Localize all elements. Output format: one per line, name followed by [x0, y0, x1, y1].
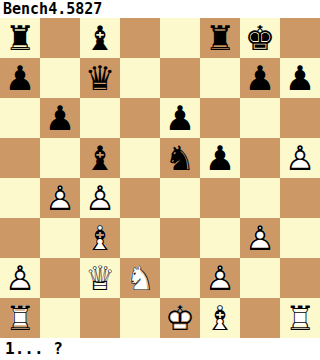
black-pawn-piece[interactable]: ♟: [160, 98, 200, 138]
square-a7[interactable]: ♟: [0, 58, 40, 98]
square-f3[interactable]: [200, 218, 240, 258]
chess-app-window: Bench4.5827 ♜♝♜♚♟♛♟♟♟♟♝♞♟♟♙♟♙♟♙♝♗♟♙♟♙♛♕♞…: [0, 0, 320, 360]
position-title: Bench4.5827: [0, 0, 320, 18]
piece-outline: ♖: [0, 298, 40, 338]
white-rook-piece[interactable]: ♜♖: [280, 298, 320, 338]
black-king-piece[interactable]: ♚: [240, 18, 280, 58]
square-a2[interactable]: ♟♙: [0, 258, 40, 298]
square-b5[interactable]: [40, 138, 80, 178]
square-d8[interactable]: [120, 18, 160, 58]
square-f6[interactable]: [200, 98, 240, 138]
square-h8[interactable]: [280, 18, 320, 58]
white-bishop-piece[interactable]: ♝♗: [80, 218, 120, 258]
square-g3[interactable]: ♟♙: [240, 218, 280, 258]
square-g5[interactable]: [240, 138, 280, 178]
black-bishop-piece[interactable]: ♝: [80, 138, 120, 178]
black-rook-piece[interactable]: ♜: [0, 18, 40, 58]
square-c3[interactable]: ♝♗: [80, 218, 120, 258]
square-c7[interactable]: ♛: [80, 58, 120, 98]
piece-outline: ♕: [80, 258, 120, 298]
square-c1[interactable]: [80, 298, 120, 338]
white-pawn-piece[interactable]: ♟♙: [280, 138, 320, 178]
piece-outline: ♙: [0, 258, 40, 298]
piece-outline: ♗: [80, 218, 120, 258]
square-d4[interactable]: [120, 178, 160, 218]
square-h4[interactable]: [280, 178, 320, 218]
square-h6[interactable]: [280, 98, 320, 138]
square-f8[interactable]: ♜: [200, 18, 240, 58]
square-e5[interactable]: ♞: [160, 138, 200, 178]
piece-outline: ♙: [80, 178, 120, 218]
black-pawn-piece[interactable]: ♟: [280, 58, 320, 98]
black-pawn-piece[interactable]: ♟: [0, 58, 40, 98]
white-knight-piece[interactable]: ♞♘: [120, 258, 160, 298]
square-h3[interactable]: [280, 218, 320, 258]
square-b2[interactable]: [40, 258, 80, 298]
square-d3[interactable]: [120, 218, 160, 258]
piece-outline: ♔: [160, 298, 200, 338]
white-pawn-piece[interactable]: ♟♙: [0, 258, 40, 298]
square-c2[interactable]: ♛♕: [80, 258, 120, 298]
square-e8[interactable]: [160, 18, 200, 58]
square-b1[interactable]: [40, 298, 80, 338]
square-h5[interactable]: ♟♙: [280, 138, 320, 178]
piece-outline: ♙: [240, 218, 280, 258]
square-g4[interactable]: [240, 178, 280, 218]
square-g2[interactable]: [240, 258, 280, 298]
square-d2[interactable]: ♞♘: [120, 258, 160, 298]
square-d1[interactable]: [120, 298, 160, 338]
square-g8[interactable]: ♚: [240, 18, 280, 58]
square-g6[interactable]: [240, 98, 280, 138]
square-e7[interactable]: [160, 58, 200, 98]
square-c8[interactable]: ♝: [80, 18, 120, 58]
white-pawn-piece[interactable]: ♟♙: [200, 258, 240, 298]
square-e1[interactable]: ♚♔: [160, 298, 200, 338]
square-a6[interactable]: [0, 98, 40, 138]
piece-outline: ♗: [200, 298, 240, 338]
black-pawn-piece[interactable]: ♟: [240, 58, 280, 98]
square-f1[interactable]: ♝♗: [200, 298, 240, 338]
square-b3[interactable]: [40, 218, 80, 258]
piece-outline: ♙: [200, 258, 240, 298]
square-e4[interactable]: [160, 178, 200, 218]
square-b8[interactable]: [40, 18, 80, 58]
square-d6[interactable]: [120, 98, 160, 138]
black-knight-piece[interactable]: ♞: [160, 138, 200, 178]
white-rook-piece[interactable]: ♜♖: [0, 298, 40, 338]
piece-outline: ♖: [280, 298, 320, 338]
chess-board: ♜♝♜♚♟♛♟♟♟♟♝♞♟♟♙♟♙♟♙♝♗♟♙♟♙♛♕♞♘♟♙♜♖♚♔♝♗♜♖: [0, 18, 320, 338]
square-b6[interactable]: ♟: [40, 98, 80, 138]
square-a8[interactable]: ♜: [0, 18, 40, 58]
white-pawn-piece[interactable]: ♟♙: [80, 178, 120, 218]
square-a3[interactable]: [0, 218, 40, 258]
square-f7[interactable]: [200, 58, 240, 98]
square-g7[interactable]: ♟: [240, 58, 280, 98]
black-pawn-piece[interactable]: ♟: [40, 98, 80, 138]
black-rook-piece[interactable]: ♜: [200, 18, 240, 58]
square-c6[interactable]: [80, 98, 120, 138]
square-c4[interactable]: ♟♙: [80, 178, 120, 218]
square-f5[interactable]: ♟: [200, 138, 240, 178]
square-a1[interactable]: ♜♖: [0, 298, 40, 338]
white-bishop-piece[interactable]: ♝♗: [200, 298, 240, 338]
square-f2[interactable]: ♟♙: [200, 258, 240, 298]
square-e3[interactable]: [160, 218, 200, 258]
square-c5[interactable]: ♝: [80, 138, 120, 178]
square-e2[interactable]: [160, 258, 200, 298]
square-h7[interactable]: ♟: [280, 58, 320, 98]
square-b4[interactable]: ♟♙: [40, 178, 80, 218]
move-prompt: 1... ?: [0, 338, 320, 360]
piece-outline: ♘: [120, 258, 160, 298]
square-g1[interactable]: [240, 298, 280, 338]
white-pawn-piece[interactable]: ♟♙: [40, 178, 80, 218]
piece-outline: ♙: [280, 138, 320, 178]
square-h1[interactable]: ♜♖: [280, 298, 320, 338]
black-queen-piece[interactable]: ♛: [80, 58, 120, 98]
square-a5[interactable]: [0, 138, 40, 178]
white-pawn-piece[interactable]: ♟♙: [240, 218, 280, 258]
piece-outline: ♙: [40, 178, 80, 218]
black-pawn-piece[interactable]: ♟: [200, 138, 240, 178]
square-e6[interactable]: ♟: [160, 98, 200, 138]
square-f4[interactable]: [200, 178, 240, 218]
black-bishop-piece[interactable]: ♝: [80, 18, 120, 58]
white-queen-piece[interactable]: ♛♕: [80, 258, 120, 298]
square-a4[interactable]: [0, 178, 40, 218]
square-b7[interactable]: [40, 58, 80, 98]
square-d7[interactable]: [120, 58, 160, 98]
square-d5[interactable]: [120, 138, 160, 178]
square-h2[interactable]: [280, 258, 320, 298]
white-king-piece[interactable]: ♚♔: [160, 298, 200, 338]
